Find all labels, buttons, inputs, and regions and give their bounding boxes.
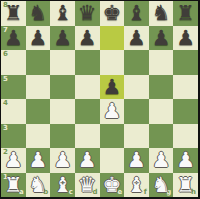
square-a1[interactable]: 1a♜ (1, 173, 26, 198)
square-c1[interactable]: c♝ (50, 173, 75, 198)
square-d1[interactable]: d♛ (75, 173, 100, 198)
square-b6[interactable] (26, 50, 51, 75)
square-b8[interactable]: ♞ (26, 1, 51, 26)
square-f5[interactable] (124, 75, 149, 100)
square-b5[interactable] (26, 75, 51, 100)
black-queen-icon[interactable]: ♛ (75, 1, 100, 26)
white-pawn-icon[interactable]: ♟ (173, 148, 198, 173)
white-pawn-icon[interactable]: ♟ (1, 148, 26, 173)
white-pawn-icon[interactable]: ♟ (75, 148, 100, 173)
square-e8[interactable]: ♚ (100, 1, 125, 26)
square-h8[interactable]: ♜ (173, 1, 198, 26)
square-a6[interactable]: 6 (1, 50, 26, 75)
square-h1[interactable]: h♜ (173, 173, 198, 198)
square-g4[interactable] (149, 99, 174, 124)
square-f1[interactable]: f♝ (124, 173, 149, 198)
square-g2[interactable]: ♟ (149, 148, 174, 173)
black-knight-icon[interactable]: ♞ (149, 1, 174, 26)
square-g8[interactable]: ♞ (149, 1, 174, 26)
square-g1[interactable]: g♞ (149, 173, 174, 198)
square-c8[interactable]: ♝ (50, 1, 75, 26)
square-c3[interactable] (50, 124, 75, 149)
white-pawn-icon[interactable]: ♟ (26, 148, 51, 173)
white-bishop-icon[interactable]: ♝ (50, 173, 75, 198)
square-f8[interactable]: ♝ (124, 1, 149, 26)
square-f6[interactable] (124, 50, 149, 75)
square-d2[interactable]: ♟ (75, 148, 100, 173)
square-e5[interactable]: ♟ (100, 75, 125, 100)
black-rook-icon[interactable]: ♜ (1, 1, 26, 26)
rank-label-5: 5 (3, 76, 8, 83)
square-h7[interactable]: ♟ (173, 26, 198, 51)
black-pawn-icon[interactable]: ♟ (100, 75, 125, 100)
square-f7[interactable]: ♟ (124, 26, 149, 51)
square-b3[interactable] (26, 124, 51, 149)
black-bishop-icon[interactable]: ♝ (124, 1, 149, 26)
square-c2[interactable]: ♟ (50, 148, 75, 173)
black-pawn-icon[interactable]: ♟ (50, 26, 75, 51)
square-a2[interactable]: 2♟ (1, 148, 26, 173)
square-f4[interactable] (124, 99, 149, 124)
black-pawn-icon[interactable]: ♟ (149, 26, 174, 51)
square-c6[interactable] (50, 50, 75, 75)
chess-board: 8♜♞♝♛♚♝♞♜7♟♟♟♟♟♟♟65♟4♟32♟♟♟♟♟♟♟1a♜b♞c♝d♛… (0, 0, 200, 199)
square-h5[interactable] (173, 75, 198, 100)
square-d5[interactable] (75, 75, 100, 100)
square-h2[interactable]: ♟ (173, 148, 198, 173)
square-c4[interactable] (50, 99, 75, 124)
square-e3[interactable] (100, 124, 125, 149)
square-d6[interactable] (75, 50, 100, 75)
rank-label-6: 6 (3, 51, 8, 58)
square-g3[interactable] (149, 124, 174, 149)
white-pawn-icon[interactable]: ♟ (124, 148, 149, 173)
square-d3[interactable] (75, 124, 100, 149)
square-b7[interactable]: ♟ (26, 26, 51, 51)
square-a7[interactable]: 7♟ (1, 26, 26, 51)
square-c5[interactable] (50, 75, 75, 100)
square-d8[interactable]: ♛ (75, 1, 100, 26)
square-c7[interactable]: ♟ (50, 26, 75, 51)
white-bishop-icon[interactable]: ♝ (124, 173, 149, 198)
square-e1[interactable]: e♚ (100, 173, 125, 198)
black-pawn-icon[interactable]: ♟ (26, 26, 51, 51)
square-f3[interactable] (124, 124, 149, 149)
square-a4[interactable]: 4 (1, 99, 26, 124)
square-g5[interactable] (149, 75, 174, 100)
square-b4[interactable] (26, 99, 51, 124)
square-h6[interactable] (173, 50, 198, 75)
square-e7[interactable] (100, 26, 125, 51)
white-queen-icon[interactable]: ♛ (75, 173, 100, 198)
square-e2[interactable] (100, 148, 125, 173)
white-pawn-icon[interactable]: ♟ (50, 148, 75, 173)
white-rook-icon[interactable]: ♜ (173, 173, 198, 198)
white-pawn-icon[interactable]: ♟ (149, 148, 174, 173)
square-g6[interactable] (149, 50, 174, 75)
square-a8[interactable]: 8♜ (1, 1, 26, 26)
square-a5[interactable]: 5 (1, 75, 26, 100)
square-g7[interactable]: ♟ (149, 26, 174, 51)
black-rook-icon[interactable]: ♜ (173, 1, 198, 26)
black-pawn-icon[interactable]: ♟ (1, 26, 26, 51)
square-h4[interactable] (173, 99, 198, 124)
square-e6[interactable] (100, 50, 125, 75)
rank-label-4: 4 (3, 100, 8, 107)
square-e4[interactable]: ♟ (100, 99, 125, 124)
white-king-icon[interactable]: ♚ (100, 173, 125, 198)
square-d7[interactable]: ♟ (75, 26, 100, 51)
white-pawn-icon[interactable]: ♟ (100, 99, 125, 124)
black-knight-icon[interactable]: ♞ (26, 1, 51, 26)
rank-label-3: 3 (3, 125, 8, 132)
square-h3[interactable] (173, 124, 198, 149)
square-b1[interactable]: b♞ (26, 173, 51, 198)
square-d4[interactable] (75, 99, 100, 124)
square-b2[interactable]: ♟ (26, 148, 51, 173)
white-rook-icon[interactable]: ♜ (1, 173, 26, 198)
black-bishop-icon[interactable]: ♝ (50, 1, 75, 26)
board-grid: 8♜♞♝♛♚♝♞♜7♟♟♟♟♟♟♟65♟4♟32♟♟♟♟♟♟♟1a♜b♞c♝d♛… (1, 1, 198, 197)
black-pawn-icon[interactable]: ♟ (75, 26, 100, 51)
black-pawn-icon[interactable]: ♟ (124, 26, 149, 51)
square-a3[interactable]: 3 (1, 124, 26, 149)
square-f2[interactable]: ♟ (124, 148, 149, 173)
black-pawn-icon[interactable]: ♟ (173, 26, 198, 51)
black-king-icon[interactable]: ♚ (100, 1, 125, 26)
white-knight-icon[interactable]: ♞ (149, 173, 174, 198)
white-knight-icon[interactable]: ♞ (26, 173, 51, 198)
